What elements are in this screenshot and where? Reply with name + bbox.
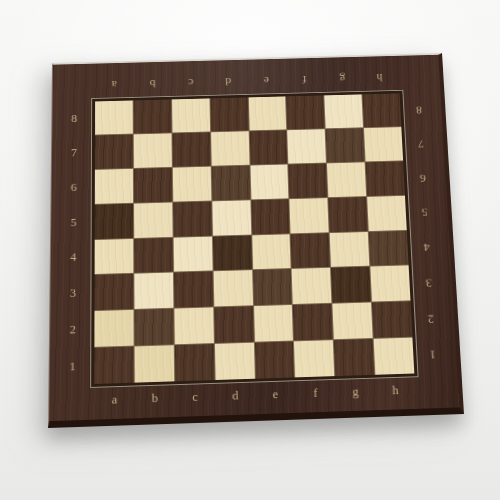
- rank-right-label-5: 5: [413, 194, 437, 229]
- square-e8: [248, 96, 286, 130]
- square-d7: [211, 131, 249, 165]
- rank-left-label-6: 6: [63, 170, 85, 205]
- square-g7: [326, 128, 365, 162]
- square-a3: [94, 274, 133, 310]
- square-g4: [330, 232, 370, 268]
- square-e5: [251, 199, 290, 234]
- square-h6: [366, 161, 405, 196]
- product-photo-background: abcdefgh abcdefgh 87654321 87654321: [0, 0, 500, 500]
- rank-left-label-2: 2: [61, 311, 84, 348]
- board-scene: abcdefgh abcdefgh 87654321 87654321: [0, 0, 500, 500]
- square-a2: [94, 310, 133, 347]
- square-g3: [331, 267, 371, 303]
- rank-left-label-3: 3: [62, 275, 85, 312]
- square-c3: [174, 272, 213, 308]
- square-b8: [134, 99, 172, 133]
- playing-field: [94, 93, 414, 384]
- square-g8: [325, 94, 364, 128]
- square-b5: [134, 202, 172, 237]
- chessboard: abcdefgh abcdefgh 87654321 87654321: [48, 53, 464, 428]
- file-bottom-label-c: c: [175, 385, 216, 409]
- square-c1: [175, 344, 215, 381]
- square-f8: [286, 95, 324, 129]
- square-f4: [291, 233, 330, 269]
- square-c6: [173, 166, 211, 201]
- playing-field-inlay-border: [90, 90, 419, 388]
- rank-labels-left: 87654321: [61, 102, 85, 385]
- square-e7: [249, 130, 287, 164]
- square-h5: [367, 196, 406, 231]
- file-bottom-label-h: h: [375, 378, 416, 402]
- rank-right-label-8: 8: [407, 93, 430, 127]
- square-h7: [364, 127, 403, 161]
- square-e2: [254, 305, 294, 342]
- rank-left-label-4: 4: [62, 239, 85, 275]
- file-top-label-a: a: [95, 74, 133, 96]
- square-h1: [374, 338, 415, 375]
- square-a8: [95, 100, 133, 134]
- square-b1: [135, 345, 174, 382]
- square-d4: [213, 235, 252, 271]
- rank-right-label-4: 4: [415, 229, 439, 265]
- square-c5: [173, 201, 212, 236]
- square-f5: [290, 198, 329, 233]
- rank-right-label-7: 7: [409, 126, 433, 161]
- square-a7: [95, 134, 133, 168]
- rank-right-label-6: 6: [411, 160, 435, 195]
- rank-left-label-8: 8: [63, 102, 85, 136]
- square-h4: [369, 230, 409, 266]
- rank-left-label-5: 5: [62, 204, 84, 240]
- file-top-label-d: d: [209, 71, 247, 93]
- square-b2: [134, 309, 173, 346]
- square-g6: [327, 162, 366, 197]
- square-b4: [134, 237, 173, 273]
- square-b3: [134, 273, 173, 309]
- square-d5: [212, 200, 251, 235]
- square-f2: [293, 304, 333, 341]
- square-a5: [95, 203, 133, 238]
- square-c8: [172, 98, 210, 132]
- square-a1: [94, 347, 133, 384]
- square-c2: [174, 308, 213, 345]
- file-top-label-e: e: [247, 70, 285, 92]
- square-f1: [294, 340, 334, 377]
- rank-left-label-7: 7: [63, 136, 85, 171]
- square-g2: [333, 303, 373, 340]
- square-d6: [211, 165, 250, 200]
- square-e1: [254, 342, 294, 379]
- file-top-label-b: b: [133, 73, 171, 95]
- square-e3: [253, 269, 292, 305]
- file-top-label-g: g: [323, 68, 362, 90]
- square-c4: [173, 236, 212, 272]
- square-h3: [371, 266, 411, 302]
- square-e6: [250, 164, 289, 199]
- square-e4: [252, 234, 291, 270]
- file-bottom-label-g: g: [335, 380, 376, 404]
- rank-right-label-1: 1: [421, 336, 446, 373]
- file-bottom-label-b: b: [135, 386, 175, 410]
- square-f7: [288, 129, 327, 163]
- file-top-label-f: f: [285, 69, 324, 91]
- square-d3: [213, 270, 252, 306]
- file-bottom-label-d: d: [215, 383, 256, 407]
- square-a4: [95, 238, 134, 274]
- file-top-label-c: c: [171, 72, 209, 94]
- rank-left-label-1: 1: [61, 347, 84, 385]
- square-h8: [363, 93, 402, 127]
- square-f6: [289, 163, 328, 198]
- file-bottom-label-f: f: [295, 381, 336, 405]
- square-a6: [95, 169, 133, 204]
- file-bottom-label-e: e: [255, 382, 296, 406]
- square-c7: [172, 132, 210, 166]
- file-top-label-h: h: [361, 67, 400, 89]
- rank-right-label-3: 3: [417, 264, 441, 300]
- square-g5: [329, 197, 368, 232]
- square-f3: [292, 268, 332, 304]
- square-g1: [334, 339, 374, 376]
- square-b7: [134, 133, 172, 167]
- square-b6: [134, 168, 172, 203]
- rank-right-label-2: 2: [419, 300, 443, 337]
- square-d8: [210, 97, 248, 131]
- file-bottom-label-a: a: [94, 387, 134, 411]
- square-h2: [372, 302, 412, 339]
- square-d1: [215, 343, 255, 380]
- square-d2: [214, 306, 254, 343]
